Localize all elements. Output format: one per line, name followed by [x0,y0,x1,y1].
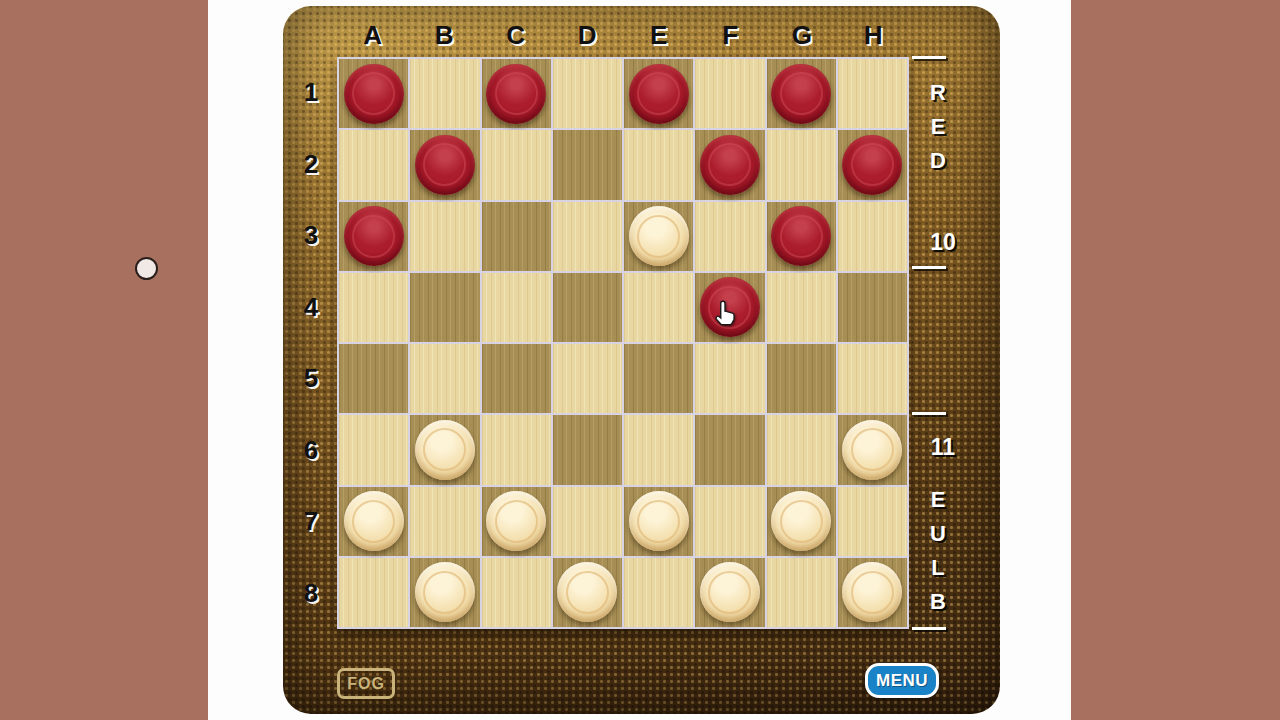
fog-button[interactable]: FOG [337,668,395,699]
row-label-4: 4 [293,272,329,344]
square-D1[interactable] [553,59,622,128]
square-H1[interactable] [838,59,907,128]
blue-piece-A7[interactable] [344,491,404,551]
column-labels: ABCDEFGH [337,20,909,52]
square-H8[interactable] [838,558,907,627]
red-piece-C1[interactable] [486,64,546,124]
column-label-E: E [623,20,695,52]
row-label-1: 1 [293,57,329,129]
column-label-H: H [838,20,910,52]
red-letter-1: E [923,110,953,144]
square-B4[interactable] [410,273,479,342]
square-G6[interactable] [767,415,836,484]
square-A5[interactable] [339,344,408,413]
blue-piece-B6[interactable] [415,420,475,480]
square-F4[interactable] [695,273,764,342]
square-D7[interactable] [553,487,622,556]
square-C7[interactable] [482,487,551,556]
square-E4[interactable] [624,273,693,342]
red-piece-H2[interactable] [842,135,902,195]
column-label-G: G [766,20,838,52]
blue-piece-D8[interactable] [557,562,617,622]
row-labels: 12345678 [293,57,329,629]
square-E1[interactable] [624,59,693,128]
blue-piece-B8[interactable] [415,562,475,622]
row-label-8: 8 [293,558,329,630]
checkers-board[interactable] [337,57,909,629]
square-A3[interactable] [339,202,408,271]
blue-piece-C7[interactable] [486,491,546,551]
square-G1[interactable] [767,59,836,128]
square-E2[interactable] [624,130,693,199]
square-H3[interactable] [838,202,907,271]
square-A1[interactable] [339,59,408,128]
square-F6[interactable] [695,415,764,484]
square-F2[interactable] [695,130,764,199]
red-letter-0: R [923,76,953,110]
square-E3[interactable] [624,202,693,271]
blue-piece-E7[interactable] [629,491,689,551]
square-B5[interactable] [410,344,479,413]
square-C3[interactable] [482,202,551,271]
square-G5[interactable] [767,344,836,413]
blue-letter-3: B [923,585,953,619]
square-A4[interactable] [339,273,408,342]
square-F1[interactable] [695,59,764,128]
red-piece-A1[interactable] [344,64,404,124]
square-C4[interactable] [482,273,551,342]
square-F7[interactable] [695,487,764,556]
square-A7[interactable] [339,487,408,556]
square-B2[interactable] [410,130,479,199]
row-label-6: 6 [293,415,329,487]
square-C5[interactable] [482,344,551,413]
blue-piece-F8[interactable] [700,562,760,622]
square-D6[interactable] [553,415,622,484]
right-margin-panel [1071,0,1280,720]
red-piece-G3[interactable] [771,206,831,266]
red-piece-F4[interactable] [700,277,760,337]
square-F3[interactable] [695,202,764,271]
square-G3[interactable] [767,202,836,271]
red-section-bottom-tick [912,266,946,269]
square-C1[interactable] [482,59,551,128]
square-C8[interactable] [482,558,551,627]
menu-button[interactable]: MENU [865,663,939,698]
red-piece-E1[interactable] [629,64,689,124]
square-E8[interactable] [624,558,693,627]
white-dot-marker [135,257,158,280]
blue-piece-G7[interactable] [771,491,831,551]
square-D8[interactable] [553,558,622,627]
square-H5[interactable] [838,344,907,413]
square-B7[interactable] [410,487,479,556]
square-F5[interactable] [695,344,764,413]
square-E7[interactable] [624,487,693,556]
row-label-5: 5 [293,343,329,415]
left-margin-panel [0,0,208,720]
square-B6[interactable] [410,415,479,484]
square-H6[interactable] [838,415,907,484]
square-D2[interactable] [553,130,622,199]
square-G4[interactable] [767,273,836,342]
square-G7[interactable] [767,487,836,556]
square-B1[interactable] [410,59,479,128]
row-label-7: 7 [293,486,329,558]
column-label-F: F [695,20,767,52]
square-H7[interactable] [838,487,907,556]
square-A2[interactable] [339,130,408,199]
column-label-B: B [409,20,481,52]
square-B8[interactable] [410,558,479,627]
red-piece-F2[interactable] [700,135,760,195]
blue-player-label: EULB [923,483,953,619]
blue-piece-H8[interactable] [842,562,902,622]
red-piece-A3[interactable] [344,206,404,266]
red-piece-G1[interactable] [771,64,831,124]
blue-section-bottom-tick [912,627,946,630]
square-E6[interactable] [624,415,693,484]
red-letter-2: D [923,144,953,178]
square-C2[interactable] [482,130,551,199]
blue-piece-count: 11 [923,434,963,462]
column-label-D: D [552,20,624,52]
blue-letter-2: L [923,551,953,585]
red-piece-count: 10 [923,229,963,257]
square-D4[interactable] [553,273,622,342]
square-C6[interactable] [482,415,551,484]
square-D5[interactable] [553,344,622,413]
row-label-2: 2 [293,129,329,201]
red-section-top-tick [912,56,946,59]
square-A6[interactable] [339,415,408,484]
column-label-A: A [337,20,409,52]
square-H4[interactable] [838,273,907,342]
blue-piece-H6[interactable] [842,420,902,480]
square-B3[interactable] [410,202,479,271]
square-G8[interactable] [767,558,836,627]
square-E5[interactable] [624,344,693,413]
column-label-C: C [480,20,552,52]
blue-letter-0: E [923,483,953,517]
blue-section-top-tick [912,412,946,415]
square-D3[interactable] [553,202,622,271]
square-A8[interactable] [339,558,408,627]
square-F8[interactable] [695,558,764,627]
row-label-3: 3 [293,200,329,272]
red-piece-B2[interactable] [415,135,475,195]
blue-letter-1: U [923,517,953,551]
square-H2[interactable] [838,130,907,199]
red-player-label: RED [923,76,953,178]
game-frame: ABCDEFGH 12345678 RED 10 11 EULB FOG MEN… [283,6,1000,714]
square-G2[interactable] [767,130,836,199]
blue-piece-E3[interactable] [629,206,689,266]
